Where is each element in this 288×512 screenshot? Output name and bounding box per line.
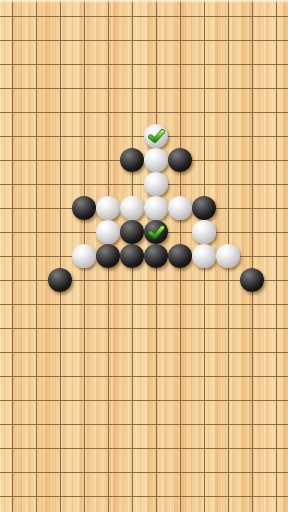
stone-black <box>120 244 144 268</box>
stone-white <box>72 244 96 268</box>
stone-black <box>96 244 120 268</box>
stone-black <box>168 244 192 268</box>
gomoku-board[interactable] <box>0 0 288 512</box>
stone-white <box>144 148 168 172</box>
stone-white <box>96 196 120 220</box>
stones-layer <box>0 0 288 512</box>
stone-black <box>144 244 168 268</box>
stone-white <box>144 196 168 220</box>
stone-white-last-move <box>144 124 168 148</box>
stone-black <box>48 268 72 292</box>
check-icon <box>148 225 165 239</box>
stone-white <box>216 244 240 268</box>
stone-white <box>96 220 120 244</box>
stone-black <box>120 148 144 172</box>
stone-white <box>168 196 192 220</box>
check-icon <box>148 129 165 143</box>
stone-white <box>192 244 216 268</box>
stone-black <box>72 196 96 220</box>
stone-black <box>168 148 192 172</box>
stone-white <box>120 196 144 220</box>
stone-black <box>192 196 216 220</box>
stone-white <box>192 220 216 244</box>
stone-black <box>240 268 264 292</box>
stone-black <box>120 220 144 244</box>
stone-black-last-move <box>144 220 168 244</box>
stone-white <box>144 172 168 196</box>
